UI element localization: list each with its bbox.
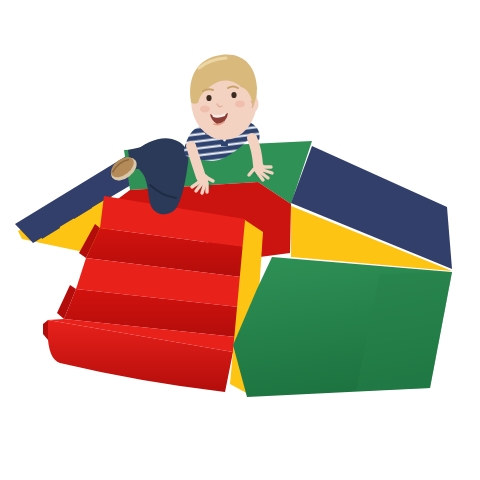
product-photo: Smiling blond toddler in a navy striped … — [0, 0, 480, 480]
toddler-cheek — [235, 101, 245, 108]
toddler-left-palm — [197, 173, 208, 184]
toddler-right-arm — [252, 138, 258, 165]
softplay-scene — [0, 0, 480, 480]
toddler-right-palm — [253, 162, 264, 173]
toddler-cheek — [200, 106, 210, 113]
toddler-eye — [231, 92, 236, 98]
toddler-eye — [206, 95, 211, 101]
green-floor-wedge — [233, 257, 452, 397]
